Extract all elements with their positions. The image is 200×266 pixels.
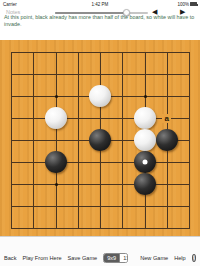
battery-icon	[190, 2, 197, 6]
clock: 1:42 PM	[0, 2, 200, 7]
battery-percent: 100%	[177, 2, 189, 7]
info-icon[interactable]: i	[192, 254, 196, 262]
battery-indicator: 100%	[177, 2, 197, 7]
point-label-a[interactable]: a	[162, 114, 171, 123]
board-size-segment-9x9[interactable]: 9x9	[104, 254, 120, 262]
black-stone	[134, 151, 156, 173]
white-stone	[45, 107, 67, 129]
bottom-toolbar: Back Play From Here Save Game 9x913x1319…	[0, 236, 200, 266]
black-stone	[89, 129, 111, 151]
board-size-segmented-control: 9x913x1319x19	[103, 253, 128, 263]
black-stone	[156, 129, 178, 151]
black-stone	[45, 151, 67, 173]
help-button[interactable]: Help	[174, 255, 186, 261]
grid-line-horizontal	[11, 206, 190, 207]
star-point	[144, 95, 147, 98]
grid-line-vertical	[122, 52, 123, 229]
last-move-marker	[142, 160, 147, 165]
save-game-button[interactable]: Save Game	[68, 255, 98, 261]
board-size-segment-13x13[interactable]: 13x13	[120, 254, 128, 262]
white-stone	[134, 129, 156, 151]
white-stone	[89, 85, 111, 107]
grid-line-horizontal	[11, 228, 190, 229]
white-stone	[134, 107, 156, 129]
grid-line-horizontal	[11, 162, 190, 163]
status-bar: Carrier 1:42 PM 100%	[0, 0, 200, 8]
star-point	[55, 95, 58, 98]
new-game-button[interactable]: New Game	[140, 255, 168, 261]
grid-line-horizontal	[11, 184, 190, 185]
go-board[interactable]: a	[0, 40, 200, 236]
grid-line-vertical	[189, 52, 190, 229]
play-from-here-button[interactable]: Play From Here	[22, 255, 61, 261]
back-button[interactable]: Back	[4, 255, 16, 261]
game-comment: At this point, black already has more th…	[4, 14, 196, 28]
black-stone	[134, 173, 156, 195]
star-point	[55, 183, 58, 186]
